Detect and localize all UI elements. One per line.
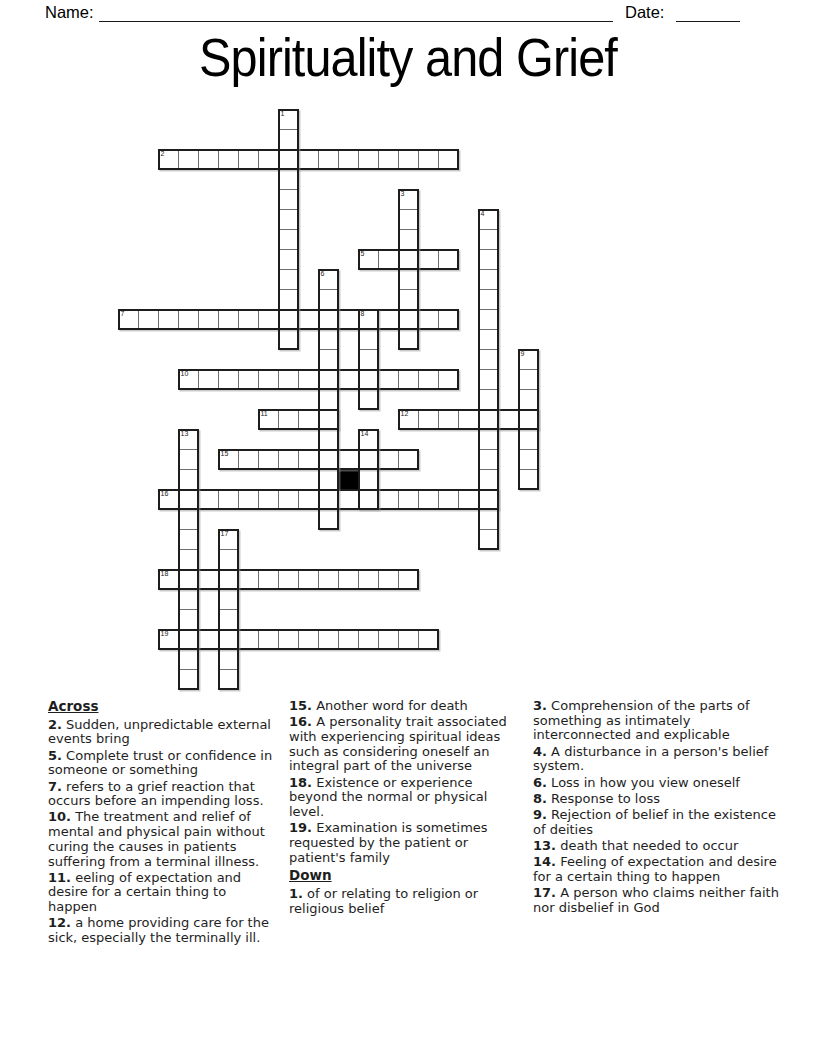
clue-column-left: Across2. Sudden, unpredictable external …	[48, 699, 276, 947]
cell-r23-c7[interactable]	[258, 569, 279, 590]
cell-r17-c7[interactable]	[258, 449, 279, 470]
cell-r19-c10[interactable]	[318, 489, 339, 510]
cell-r26-c7[interactable]	[258, 629, 279, 650]
cell-r14-c10[interactable]	[318, 389, 339, 410]
cell-r2-c7[interactable]	[258, 149, 279, 170]
cell-r10-c5[interactable]	[218, 309, 239, 330]
cell-r26-c12[interactable]	[358, 629, 379, 650]
cell-r23-c13[interactable]	[378, 569, 399, 590]
cell-r17-c11[interactable]	[338, 449, 359, 470]
cell-r7-c15[interactable]	[418, 249, 439, 270]
cell-r2-c11[interactable]	[338, 149, 359, 170]
cell-r18-c18[interactable]	[478, 469, 499, 490]
cell-r6-c8[interactable]	[278, 229, 299, 250]
cell-r19-c9[interactable]	[298, 489, 319, 510]
cell-r10-c14[interactable]	[398, 309, 419, 330]
cell-r6-c18[interactable]	[478, 229, 499, 250]
cell-r2-c9[interactable]	[298, 149, 319, 170]
cell-r12-c12[interactable]	[358, 349, 379, 370]
cell-r13-c5[interactable]	[218, 369, 239, 390]
clue-across-5: 5. Complete trust or confidence in someo…	[48, 749, 276, 778]
cell-r7-c14[interactable]	[398, 249, 419, 270]
cell-r17-c6[interactable]	[238, 449, 259, 470]
cell-r10-c18[interactable]	[478, 309, 499, 330]
cell-r5-c18[interactable]: 4	[478, 209, 499, 230]
cell-r16-c18[interactable]	[478, 429, 499, 450]
cell-r2-c4[interactable]	[198, 149, 219, 170]
cell-r17-c12[interactable]	[358, 449, 379, 470]
cell-r20-c3[interactable]	[178, 509, 199, 530]
clue-across-12: 12. a home providing care for the sick, …	[48, 916, 276, 945]
clue-across-10: 10. The treatment and relief of mental a…	[48, 810, 276, 869]
cell-r17-c5[interactable]: 15	[218, 449, 239, 470]
cell-r7-c13[interactable]	[378, 249, 399, 270]
cell-r26-c8[interactable]	[278, 629, 299, 650]
cell-r16-c10[interactable]	[318, 429, 339, 450]
cell-r28-c3[interactable]	[178, 669, 199, 690]
cell-r8-c10[interactable]: 6	[318, 269, 339, 290]
cell-r19-c8[interactable]	[278, 489, 299, 510]
cell-r26-c9[interactable]	[298, 629, 319, 650]
cell-r19-c12[interactable]	[358, 489, 379, 510]
cell-r2-c5[interactable]	[218, 149, 239, 170]
black-cell-r18-c11	[338, 469, 359, 490]
cell-r10-c13[interactable]	[378, 309, 399, 330]
cell-r13-c16[interactable]	[438, 369, 459, 390]
cell-r23-c12[interactable]	[358, 569, 379, 590]
cell-r10-c4[interactable]	[198, 309, 219, 330]
cell-r15-c7[interactable]: 11	[258, 409, 279, 430]
cell-number-14: 14	[361, 430, 369, 438]
cell-r21-c3[interactable]	[178, 529, 199, 550]
cell-r10-c11[interactable]	[338, 309, 359, 330]
cell-r20-c10[interactable]	[318, 509, 339, 530]
cell-r19-c3[interactable]	[178, 489, 199, 510]
cell-number-10: 10	[181, 370, 189, 378]
clue-across-19: 19. Examination is sometimes requested b…	[289, 821, 521, 865]
cell-number-11: 11	[261, 410, 268, 418]
cell-r14-c20[interactable]	[518, 389, 539, 410]
cell-r17-c14[interactable]	[398, 449, 419, 470]
cell-r23-c4[interactable]	[198, 569, 219, 590]
cell-r11-c12[interactable]	[358, 329, 379, 350]
cell-r26-c4[interactable]	[198, 629, 219, 650]
cell-number-13: 13	[181, 430, 189, 438]
cell-r23-c10[interactable]	[318, 569, 339, 590]
cell-r15-c15[interactable]	[418, 409, 439, 430]
date-label: Date:	[625, 3, 664, 22]
cell-r23-c14[interactable]	[398, 569, 419, 590]
cell-r14-c12[interactable]	[358, 389, 379, 410]
cell-r13-c8[interactable]	[278, 369, 299, 390]
cell-r13-c15[interactable]	[418, 369, 439, 390]
cell-r4-c14[interactable]: 3	[398, 189, 419, 210]
cell-number-18: 18	[161, 570, 169, 578]
cell-r27-c5[interactable]	[218, 649, 239, 670]
cell-r2-c14[interactable]	[398, 149, 419, 170]
cell-r10-c10[interactable]	[318, 309, 339, 330]
cell-r27-c3[interactable]	[178, 649, 199, 670]
cell-r11-c14[interactable]	[398, 329, 419, 350]
cell-r26-c6[interactable]	[238, 629, 259, 650]
cell-r23-c11[interactable]	[338, 569, 359, 590]
cell-r22-c3[interactable]	[178, 549, 199, 570]
cell-r7-c18[interactable]	[478, 249, 499, 270]
puzzle-title: Spirituality and Grief	[41, 28, 775, 86]
cell-r19-c17[interactable]	[458, 489, 479, 510]
cell-r15-c20[interactable]	[518, 409, 539, 430]
cell-r10-c2[interactable]	[158, 309, 179, 330]
cell-r8-c18[interactable]	[478, 269, 499, 290]
cell-r8-c14[interactable]	[398, 269, 419, 290]
cell-number-1: 1	[281, 110, 285, 118]
cell-r20-c18[interactable]	[478, 509, 499, 530]
cell-r21-c18[interactable]	[478, 529, 499, 550]
cell-r7-c16[interactable]	[438, 249, 459, 270]
cell-r2-c12[interactable]	[358, 149, 379, 170]
cell-r23-c6[interactable]	[238, 569, 259, 590]
cell-number-8: 8	[361, 310, 365, 318]
cell-r17-c9[interactable]	[298, 449, 319, 470]
cell-r15-c9[interactable]	[298, 409, 319, 430]
cell-r26-c10[interactable]	[318, 629, 339, 650]
clue-down-17: 17. A person who claims neither faith no…	[533, 886, 779, 915]
cell-r17-c20[interactable]	[518, 449, 539, 470]
cell-number-9: 9	[521, 350, 525, 358]
cell-r19-c14[interactable]	[398, 489, 419, 510]
cell-r2-c15[interactable]	[418, 149, 439, 170]
clue-across-15: 15. Another word for death	[289, 699, 521, 714]
cell-r23-c3[interactable]	[178, 569, 199, 590]
cell-r15-c10[interactable]	[318, 409, 339, 430]
cell-r2-c3[interactable]	[178, 149, 199, 170]
clue-down-14: 14. Feeling of expectation and desire fo…	[533, 855, 779, 884]
clue-across-16: 16. A personality trait associated with …	[289, 715, 521, 774]
cell-r17-c3[interactable]	[178, 449, 199, 470]
cell-r12-c18[interactable]	[478, 349, 499, 370]
cell-r9-c8[interactable]	[278, 289, 299, 310]
cell-number-2: 2	[161, 150, 165, 158]
cell-r19-c4[interactable]	[198, 489, 219, 510]
cell-r15-c18[interactable]	[478, 409, 499, 430]
clue-column-middle: 15. Another word for death16. A personal…	[289, 699, 521, 918]
cell-r26-c2[interactable]: 19	[158, 629, 179, 650]
cell-r19-c2[interactable]: 16	[158, 489, 179, 510]
cell-number-16: 16	[161, 490, 169, 498]
cell-r21-c5[interactable]: 17	[218, 529, 239, 550]
across-header: Across	[48, 699, 276, 714]
cell-r13-c12[interactable]	[358, 369, 379, 390]
cell-r11-c18[interactable]	[478, 329, 499, 350]
crossword-grid[interactable]: 12345678910111213141516171819	[118, 109, 539, 690]
cell-r10-c3[interactable]	[178, 309, 199, 330]
clue-column-right: 3. Comprehension of the parts of somethi…	[533, 699, 779, 917]
cell-r10-c1[interactable]	[138, 309, 159, 330]
cell-r8-c8[interactable]	[278, 269, 299, 290]
cell-number-3: 3	[401, 190, 405, 198]
clue-down-1: 1. of or relating to religion or religio…	[289, 887, 521, 916]
clue-across-2: 2. Sudden, unpredictable external events…	[48, 718, 276, 747]
cell-r19-c6[interactable]	[238, 489, 259, 510]
cell-r19-c5[interactable]	[218, 489, 239, 510]
cell-r13-c14[interactable]	[398, 369, 419, 390]
cell-r17-c13[interactable]	[378, 449, 399, 470]
cell-r13-c9[interactable]	[298, 369, 319, 390]
cell-r19-c7[interactable]	[258, 489, 279, 510]
cell-r11-c10[interactable]	[318, 329, 339, 350]
clue-down-8: 8. Response to loss	[533, 792, 779, 807]
cell-r18-c20[interactable]	[518, 469, 539, 490]
cell-r5-c14[interactable]	[398, 209, 419, 230]
clue-across-11: 11. eeling of expectation and desire for…	[48, 871, 276, 915]
date-fill-line[interactable]	[676, 3, 740, 22]
cell-r6-c14[interactable]	[398, 229, 419, 250]
cell-r2-c16[interactable]	[438, 149, 459, 170]
cell-r13-c20[interactable]	[518, 369, 539, 390]
cell-r10-c15[interactable]	[418, 309, 439, 330]
worksheet-page: Name: Date: Spirituality and Grief 12345…	[0, 0, 816, 1056]
cell-r14-c18[interactable]	[478, 389, 499, 410]
cell-r2-c10[interactable]	[318, 149, 339, 170]
cell-r22-c5[interactable]	[218, 549, 239, 570]
cell-r13-c7[interactable]	[258, 369, 279, 390]
cell-r1-c8[interactable]	[278, 129, 299, 150]
clue-down-3: 3. Comprehension of the parts of somethi…	[533, 699, 779, 743]
cell-r12-c20[interactable]: 9	[518, 349, 539, 370]
cell-r25-c5[interactable]	[218, 609, 239, 630]
cell-number-7: 7	[121, 310, 125, 318]
cell-r10-c16[interactable]	[438, 309, 459, 330]
cell-r16-c20[interactable]	[518, 429, 539, 450]
cell-r10-c8[interactable]	[278, 309, 299, 330]
cell-r26-c13[interactable]	[378, 629, 399, 650]
cell-number-4: 4	[481, 210, 485, 218]
cell-r2-c6[interactable]	[238, 149, 259, 170]
cell-r9-c18[interactable]	[478, 289, 499, 310]
cell-r23-c2[interactable]: 18	[158, 569, 179, 590]
cell-r18-c12[interactable]	[358, 469, 379, 490]
cell-number-5: 5	[361, 250, 365, 258]
cell-r13-c4[interactable]	[198, 369, 219, 390]
cell-r10-c9[interactable]	[298, 309, 319, 330]
cell-r10-c6[interactable]	[238, 309, 259, 330]
cell-r18-c3[interactable]	[178, 469, 199, 490]
cell-r28-c5[interactable]	[218, 669, 239, 690]
clue-across-18: 18. Existence or experience beyond the n…	[289, 776, 521, 820]
cell-r15-c8[interactable]	[278, 409, 299, 430]
cell-r13-c11[interactable]	[338, 369, 359, 390]
cell-r7-c12[interactable]: 5	[358, 249, 379, 270]
cell-r2-c13[interactable]	[378, 149, 399, 170]
name-fill-line[interactable]	[99, 3, 613, 22]
cell-number-17: 17	[221, 530, 229, 538]
cell-r26-c15[interactable]	[418, 629, 439, 650]
cell-r3-c8[interactable]	[278, 169, 299, 190]
cell-r19-c11[interactable]	[338, 489, 359, 510]
cell-r24-c3[interactable]	[178, 589, 199, 610]
cell-r12-c10[interactable]	[318, 349, 339, 370]
cell-r13-c18[interactable]	[478, 369, 499, 390]
cell-r9-c10[interactable]	[318, 289, 339, 310]
cell-r18-c10[interactable]	[318, 469, 339, 490]
cell-r15-c14[interactable]: 12	[398, 409, 419, 430]
clue-across-7: 7. refers to a grief reaction that occur…	[48, 780, 276, 809]
cell-r9-c14[interactable]	[398, 289, 419, 310]
cell-number-19: 19	[161, 630, 169, 638]
clue-down-4: 4. A disturbance in a person's belief sy…	[533, 745, 779, 774]
cell-r17-c18[interactable]	[478, 449, 499, 470]
cell-r23-c9[interactable]	[298, 569, 319, 590]
cell-r26-c5[interactable]	[218, 629, 239, 650]
cell-r26-c3[interactable]	[178, 629, 199, 650]
down-header: Down	[289, 868, 521, 883]
cell-r15-c16[interactable]	[438, 409, 459, 430]
cell-r17-c10[interactable]	[318, 449, 339, 470]
cell-r16-c3[interactable]: 13	[178, 429, 199, 450]
cell-r24-c5[interactable]	[218, 589, 239, 610]
cell-r15-c17[interactable]	[458, 409, 479, 430]
cell-r15-c19[interactable]	[498, 409, 519, 430]
name-label: Name:	[45, 3, 94, 22]
cell-r19-c18[interactable]	[478, 489, 499, 510]
cell-r19-c13[interactable]	[378, 489, 399, 510]
cell-r19-c16[interactable]	[438, 489, 459, 510]
cell-r5-c8[interactable]	[278, 209, 299, 230]
cell-r2-c8[interactable]	[278, 149, 299, 170]
cell-r17-c8[interactable]	[278, 449, 299, 470]
cell-r10-c12[interactable]: 8	[358, 309, 379, 330]
cell-number-12: 12	[401, 410, 409, 418]
clue-down-13: 13. death that needed to occur	[533, 839, 779, 854]
cell-r19-c15[interactable]	[418, 489, 439, 510]
cell-r13-c6[interactable]	[238, 369, 259, 390]
clue-down-6: 6. Loss in how you view oneself	[533, 776, 779, 791]
cell-r0-c8[interactable]: 1	[278, 109, 299, 130]
cell-r2-c2[interactable]: 2	[158, 149, 179, 170]
cell-r16-c12[interactable]: 14	[358, 429, 379, 450]
cell-r13-c3[interactable]: 10	[178, 369, 199, 390]
cell-r23-c5[interactable]	[218, 569, 239, 590]
cell-r7-c8[interactable]	[278, 249, 299, 270]
cell-number-6: 6	[321, 270, 325, 278]
cell-r4-c8[interactable]	[278, 189, 299, 210]
cell-r11-c8[interactable]	[278, 329, 299, 350]
cell-number-15: 15	[221, 450, 229, 458]
cell-r10-c7[interactable]	[258, 309, 279, 330]
cell-r26-c14[interactable]	[398, 629, 419, 650]
clue-down-9: 9. Rejection of belief in the existence …	[533, 808, 779, 837]
cell-r23-c8[interactable]	[278, 569, 299, 590]
cell-r13-c10[interactable]	[318, 369, 339, 390]
cell-r13-c13[interactable]	[378, 369, 399, 390]
cell-r10-c0[interactable]: 7	[118, 309, 139, 330]
cell-r25-c3[interactable]	[178, 609, 199, 630]
cell-r26-c11[interactable]	[338, 629, 359, 650]
